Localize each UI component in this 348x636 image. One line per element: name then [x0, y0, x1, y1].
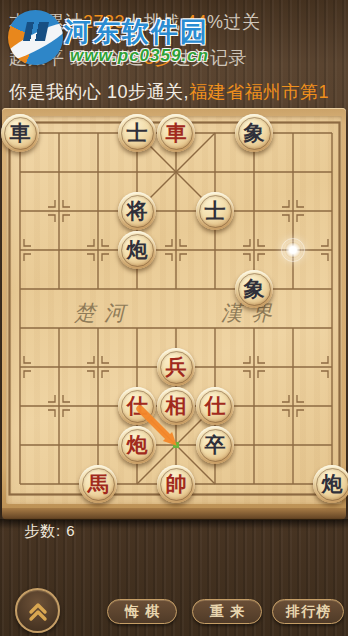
chevron-up-icon [26, 599, 50, 623]
piece-red-馬[interactable]: 馬 [79, 465, 117, 503]
piece-red-炮[interactable]: 炮 [118, 426, 156, 464]
piece-black-炮[interactable]: 炮 [313, 465, 348, 503]
piece-red-車[interactable]: 車 [157, 114, 195, 152]
header-text-segment: 你是我的心 10步通关, [9, 82, 189, 102]
xiangqi-app-screen: 本期累计2733人挑战 44%过关 赵报平 最快创造8步过关记录 你是我的心 1… [0, 0, 348, 636]
piece-glyph: 車 [157, 114, 195, 152]
piece-black-士[interactable]: 士 [118, 114, 156, 152]
piece-glyph: 車 [1, 114, 39, 152]
level-record-line: 你是我的心 10步通关,福建省福州市第1 [9, 80, 329, 104]
piece-glyph: 士 [196, 192, 234, 230]
piece-glyph: 仕 [196, 387, 234, 425]
watermark-logo-bars [23, 22, 49, 41]
expand-button[interactable] [15, 588, 60, 633]
restart-button[interactable]: 重来 [192, 599, 262, 624]
piece-red-兵[interactable]: 兵 [157, 348, 195, 386]
undo-button[interactable]: 悔棋 [107, 599, 177, 624]
watermark-site-name: 河东软件园 [64, 14, 209, 50]
piece-glyph: 炮 [313, 465, 348, 503]
piece-red-相[interactable]: 相 [157, 387, 195, 425]
watermark-site-url: www.pc0359.cn [70, 46, 209, 66]
piece-glyph: 卒 [196, 426, 234, 464]
piece-glyph: 炮 [118, 231, 156, 269]
piece-black-象[interactable]: 象 [235, 114, 273, 152]
piece-glyph: 仕 [118, 387, 156, 425]
piece-glyph: 象 [235, 114, 273, 152]
piece-black-炮[interactable]: 炮 [118, 231, 156, 269]
sparkle-effect [285, 242, 301, 258]
leaderboard-button[interactable]: 排行榜 [272, 599, 344, 624]
piece-glyph: 将 [118, 192, 156, 230]
piece-red-仕[interactable]: 仕 [118, 387, 156, 425]
header-text-segment: %过关 [207, 12, 261, 32]
piece-black-車[interactable]: 車 [1, 114, 39, 152]
piece-glyph: 兵 [157, 348, 195, 386]
step-counter-value: 6 [66, 522, 75, 539]
piece-glyph: 帥 [157, 465, 195, 503]
piece-glyph: 馬 [79, 465, 117, 503]
piece-black-将[interactable]: 将 [118, 192, 156, 230]
watermark-logo [8, 10, 63, 65]
step-counter-label: 步数: [24, 522, 61, 539]
piece-black-卒[interactable]: 卒 [196, 426, 234, 464]
piece-glyph: 炮 [118, 426, 156, 464]
header-text-segment: 福建省福州市第1 [189, 82, 329, 102]
piece-glyph: 象 [235, 270, 273, 308]
piece-red-仕[interactable]: 仕 [196, 387, 234, 425]
step-counter: 步数: 6 [24, 522, 76, 541]
piece-red-帥[interactable]: 帥 [157, 465, 195, 503]
piece-glyph: 相 [157, 387, 195, 425]
piece-black-士[interactable]: 士 [196, 192, 234, 230]
piece-black-象[interactable]: 象 [235, 270, 273, 308]
piece-glyph: 士 [118, 114, 156, 152]
